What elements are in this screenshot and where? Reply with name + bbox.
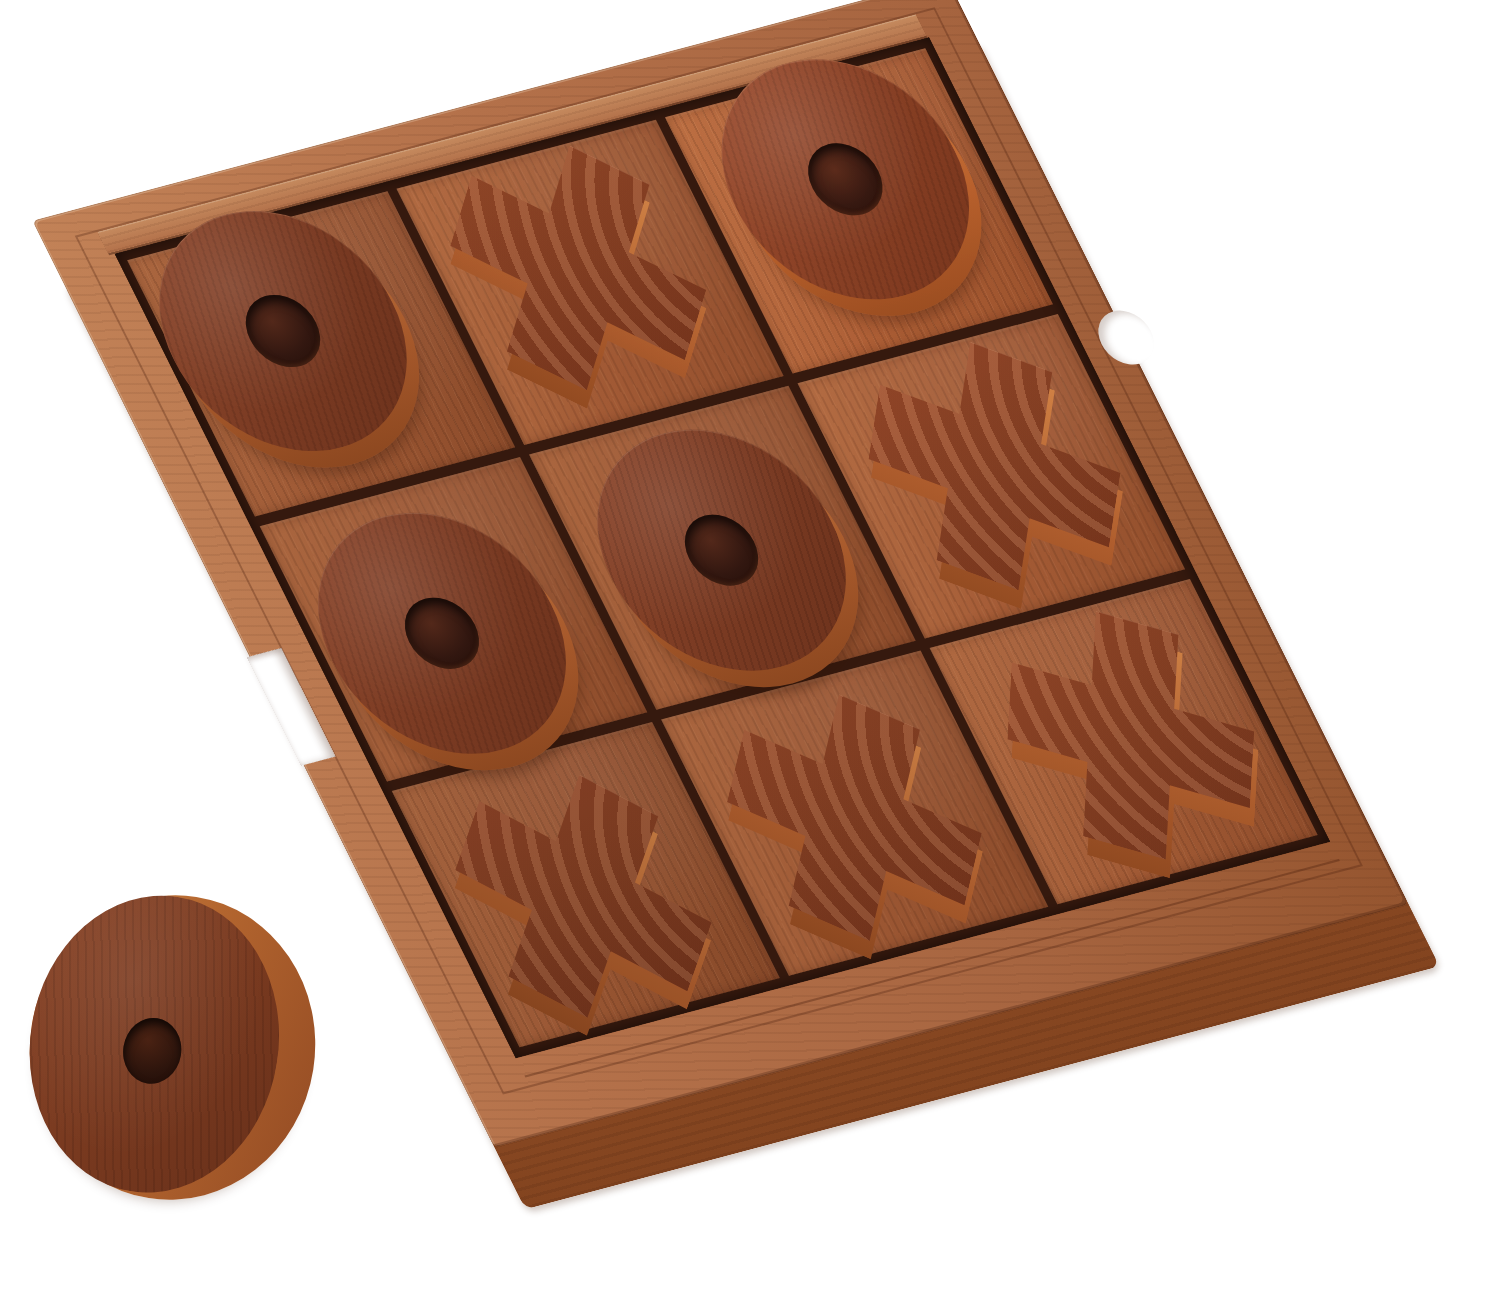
loose-o-piece[interactable]: [8, 875, 337, 1221]
piece-x[interactable]: [846, 300, 1144, 633]
piece-o[interactable]: [104, 176, 461, 486]
piece-x[interactable]: [992, 576, 1269, 896]
product-photo-scene: [0, 0, 1500, 1309]
piece-x-top: [858, 313, 1132, 620]
board-grid: [115, 37, 1331, 1058]
piece-x-top: [1003, 588, 1258, 882]
finger-notch-right: [1089, 305, 1164, 370]
